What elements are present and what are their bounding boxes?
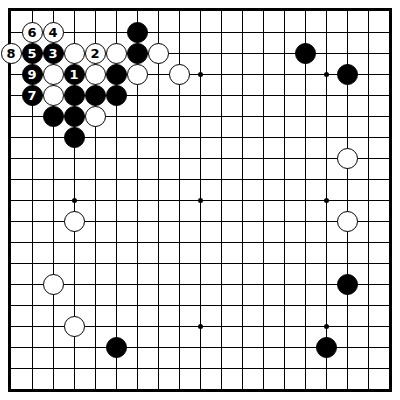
- black-stone: [106, 64, 127, 85]
- grid-line-vertical: [305, 11, 306, 389]
- star-point: [198, 198, 203, 203]
- grid-line-vertical: [242, 11, 243, 389]
- black-stone-move-7: 7: [22, 85, 43, 106]
- white-stone: [43, 85, 64, 106]
- diagram-page: 648532917: [0, 0, 400, 400]
- white-stone: [85, 106, 106, 127]
- black-stone: [295, 43, 316, 64]
- star-point: [324, 198, 329, 203]
- move-number-label: 5: [27, 47, 36, 60]
- white-stone: [127, 64, 148, 85]
- grid-line-vertical: [368, 11, 369, 389]
- black-stone: [106, 337, 127, 358]
- grid-line-horizontal: [11, 284, 389, 285]
- black-stone-move-3: 3: [43, 43, 64, 64]
- grid-line-vertical: [263, 11, 264, 389]
- black-stone-move-1: 1: [64, 64, 85, 85]
- black-stone: [106, 85, 127, 106]
- black-stone-move-9: 9: [22, 64, 43, 85]
- white-stone: [43, 64, 64, 85]
- move-number-label: 2: [90, 47, 99, 60]
- black-stone: [127, 22, 148, 43]
- black-stone: [64, 127, 85, 148]
- black-stone: [127, 43, 148, 64]
- black-stone: [64, 106, 85, 127]
- go-board: 648532917: [8, 8, 392, 392]
- white-stone: [64, 211, 85, 232]
- white-stone: [85, 64, 106, 85]
- white-stone: [43, 274, 64, 295]
- move-number-label: 8: [6, 47, 15, 60]
- star-point: [324, 324, 329, 329]
- black-stone: [85, 85, 106, 106]
- black-stone: [43, 106, 64, 127]
- black-stone-move-5: 5: [22, 43, 43, 64]
- black-stone: [64, 85, 85, 106]
- white-stone: [148, 43, 169, 64]
- grid-line-horizontal: [11, 305, 389, 306]
- grid-line-vertical: [284, 11, 285, 389]
- white-stone: [337, 148, 358, 169]
- grid-line-horizontal: [11, 263, 389, 264]
- move-number-label: 7: [27, 89, 36, 102]
- star-point: [324, 72, 329, 77]
- black-stone: [316, 337, 337, 358]
- star-point: [72, 198, 77, 203]
- move-number-label: 9: [27, 68, 36, 81]
- white-stone-move-6: 6: [22, 22, 43, 43]
- white-stone: [169, 64, 190, 85]
- white-stone-move-2: 2: [85, 43, 106, 64]
- white-stone: [337, 211, 358, 232]
- star-point: [198, 324, 203, 329]
- move-number-label: 3: [48, 47, 57, 60]
- black-stone: [337, 274, 358, 295]
- white-stone: [64, 43, 85, 64]
- move-number-label: 4: [48, 26, 57, 39]
- white-stone-move-8: 8: [1, 43, 22, 64]
- white-stone-move-4: 4: [43, 22, 64, 43]
- white-stone: [64, 316, 85, 337]
- star-point: [198, 72, 203, 77]
- move-number-label: 1: [69, 68, 78, 81]
- white-stone: [106, 43, 127, 64]
- move-number-label: 6: [27, 26, 36, 39]
- grid-line-horizontal: [11, 368, 389, 369]
- grid-line-horizontal: [11, 242, 389, 243]
- black-stone: [337, 64, 358, 85]
- grid-line-vertical: [221, 11, 222, 389]
